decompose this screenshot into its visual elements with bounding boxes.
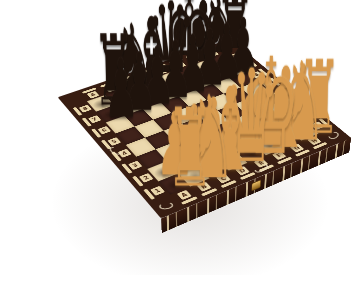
product-photo-scene: ♜♞♝♛♚♝♞♜♟♟♟♟♟♟♟♟♟♟♟♟♟♟♟♟♜♞♝♛♚♝♞♜ ABCDEFG… [0, 0, 360, 288]
rank-label-7: 7 [88, 115, 101, 123]
inlay-bar [132, 176, 144, 187]
file-label-d: D [140, 73, 153, 80]
rank-label-5: 5 [107, 137, 121, 146]
inlay-bar [143, 189, 155, 200]
file-label-h: H [207, 50, 219, 57]
inlay-bar [82, 118, 92, 127]
brass-latch-icon [251, 179, 261, 191]
inlay-bar [121, 163, 132, 173]
file-label-a: A [87, 91, 100, 99]
file-label-e: E [157, 67, 169, 74]
inlay-bar [91, 128, 101, 137]
rank-label-6: 6 [98, 126, 111, 134]
file-label-g: G [190, 56, 202, 63]
file-label-a: A [177, 190, 192, 200]
rank-label-8: 8 [79, 105, 92, 113]
file-label-f: F [174, 61, 186, 68]
carved-decoration [158, 201, 174, 210]
rank-label-2: 2 [139, 173, 154, 183]
